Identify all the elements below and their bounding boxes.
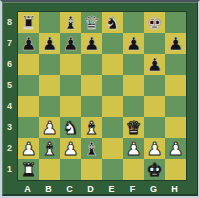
rank-label-1: 1 [2,158,17,179]
square-c6[interactable] [60,54,81,75]
square-h5[interactable] [165,75,186,96]
square-b2[interactable]: ♝ [39,138,60,159]
square-d6[interactable] [81,54,102,75]
piece-black-bishop: ♝ [83,138,99,159]
square-g2[interactable]: ♟ [144,138,165,159]
piece-black-bishop: ♝ [62,12,78,33]
file-label-c: C [59,182,80,196]
square-f7[interactable]: ♟ [123,33,144,54]
piece-black-king: ♚ [146,12,162,33]
rank-label-6: 6 [2,53,17,74]
square-e6[interactable] [102,54,123,75]
rank-label-5: 5 [2,74,17,95]
rank-labels: 87654321 [2,11,17,179]
piece-white-king: ♚ [146,159,162,180]
piece-black-pawn: ♟ [62,33,78,54]
square-f6[interactable] [123,54,144,75]
square-g4[interactable] [144,96,165,117]
square-c7[interactable]: ♟ [60,33,81,54]
square-c3[interactable]: ♞ [60,117,81,138]
square-h1[interactable] [165,159,186,180]
square-h4[interactable] [165,96,186,117]
square-h3[interactable] [165,117,186,138]
file-label-h: H [164,182,185,196]
square-c2[interactable]: ♟ [60,138,81,159]
square-c8[interactable]: ♝ [60,12,81,33]
square-d5[interactable] [81,75,102,96]
piece-black-pawn: ♟ [41,33,57,54]
rank-label-2: 2 [2,137,17,158]
file-label-f: F [122,182,143,196]
square-g3[interactable] [144,117,165,138]
rank-label-3: 3 [2,116,17,137]
square-f5[interactable] [123,75,144,96]
piece-white-pawn: ♟ [41,117,57,138]
piece-black-pawn: ♟ [125,33,141,54]
file-label-d: D [80,182,101,196]
square-g5[interactable] [144,75,165,96]
piece-black-queen: ♛ [83,12,99,33]
piece-white-queen: ♛ [125,117,141,138]
file-label-a: A [17,182,38,196]
piece-white-knight: ♞ [62,117,78,138]
square-g6[interactable]: ♟ [144,54,165,75]
square-c5[interactable] [60,75,81,96]
square-h6[interactable] [165,54,186,75]
square-h8[interactable] [165,12,186,33]
square-a4[interactable] [18,96,39,117]
square-g1[interactable]: ♚ [144,159,165,180]
square-b8[interactable] [39,12,60,33]
square-d2[interactable]: ♝ [81,138,102,159]
piece-white-pawn: ♟ [62,138,78,159]
piece-white-pawn: ♟ [125,138,141,159]
square-a1[interactable]: ♜ [18,159,39,180]
square-a2[interactable]: ♟ [18,138,39,159]
square-a3[interactable] [18,117,39,138]
square-d4[interactable] [81,96,102,117]
piece-white-pawn: ♟ [20,138,36,159]
square-a8[interactable]: ♜ [18,12,39,33]
file-label-e: E [101,182,122,196]
board: ♜♝♛♞♚♟♟♟♟♟♟♟♟♞♝♛♟♝♟♝♟♟♟♜♚ [17,11,187,181]
square-e3[interactable] [102,117,123,138]
square-f4[interactable] [123,96,144,117]
square-f1[interactable] [123,159,144,180]
square-e7[interactable] [102,33,123,54]
piece-black-rook: ♜ [20,12,36,33]
square-b7[interactable]: ♟ [39,33,60,54]
square-e4[interactable] [102,96,123,117]
square-f2[interactable]: ♟ [123,138,144,159]
square-g7[interactable] [144,33,165,54]
rank-label-4: 4 [2,95,17,116]
square-f8[interactable] [123,12,144,33]
piece-black-pawn: ♟ [83,33,99,54]
square-d8[interactable]: ♛ [81,12,102,33]
square-e2[interactable] [102,138,123,159]
piece-white-rook: ♜ [20,159,36,180]
piece-white-pawn: ♟ [146,138,162,159]
square-g8[interactable]: ♚ [144,12,165,33]
square-c1[interactable] [60,159,81,180]
square-h7[interactable]: ♟ [165,33,186,54]
square-d1[interactable] [81,159,102,180]
square-b6[interactable] [39,54,60,75]
file-label-b: B [38,182,59,196]
square-c4[interactable] [60,96,81,117]
square-f3[interactable]: ♛ [123,117,144,138]
square-e5[interactable] [102,75,123,96]
square-e8[interactable]: ♞ [102,12,123,33]
file-label-g: G [143,182,164,196]
square-b1[interactable] [39,159,60,180]
piece-white-bishop: ♝ [83,117,99,138]
square-a6[interactable] [18,54,39,75]
square-e1[interactable] [102,159,123,180]
piece-black-pawn: ♟ [167,33,183,54]
square-b4[interactable] [39,96,60,117]
rank-label-8: 8 [2,11,17,32]
file-labels: ABCDEFGH [17,182,185,196]
board-frame: 87654321 ♜♝♛♞♚♟♟♟♟♟♟♟♟♞♝♛♟♝♟♝♟♟♟♜♚ ABCDE… [0,0,200,198]
square-b5[interactable] [39,75,60,96]
square-d7[interactable]: ♟ [81,33,102,54]
square-b3[interactable]: ♟ [39,117,60,138]
piece-white-bishop: ♝ [41,138,57,159]
piece-black-pawn: ♟ [146,54,162,75]
piece-black-pawn: ♟ [20,33,36,54]
piece-white-pawn: ♟ [167,138,183,159]
square-a5[interactable] [18,75,39,96]
rank-label-7: 7 [2,32,17,53]
square-h2[interactable]: ♟ [165,138,186,159]
square-a7[interactable]: ♟ [18,33,39,54]
piece-black-knight: ♞ [104,12,120,33]
square-d3[interactable]: ♝ [81,117,102,138]
